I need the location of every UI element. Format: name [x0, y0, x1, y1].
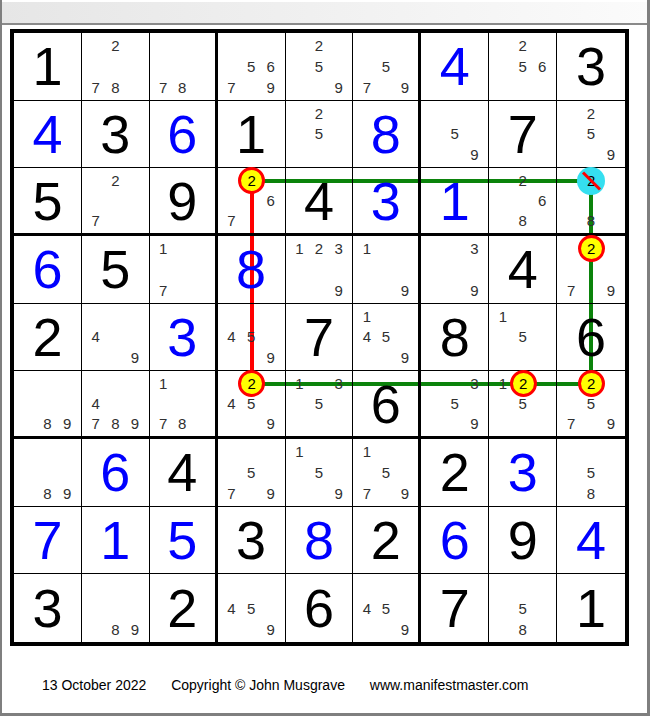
pencil-8: 8 — [173, 414, 192, 434]
pencil-6 — [192, 394, 211, 414]
pencil-4 — [290, 124, 310, 145]
given-digit: 3 — [236, 513, 266, 567]
cell-r1c4[interactable]: 5679 — [218, 33, 286, 101]
pencil-2: 2 — [581, 103, 601, 124]
pencil-5: 5 — [309, 124, 329, 145]
pencil-8 — [309, 483, 329, 504]
pencil-3 — [57, 441, 77, 462]
pencil-5: 5 — [309, 56, 329, 77]
pencil-7 — [425, 280, 445, 301]
solved-digit: 8 — [371, 107, 401, 161]
cell-r5c2[interactable]: 49 — [82, 304, 150, 372]
chain-node-circle: 2 — [238, 370, 265, 397]
pencil-4 — [154, 259, 173, 280]
pencil-9: 9 — [125, 347, 145, 368]
pencil-4 — [222, 56, 242, 77]
pencil-3 — [192, 238, 211, 259]
pencil-7 — [290, 280, 310, 301]
pencil-8 — [309, 414, 329, 434]
pencil-1 — [561, 441, 581, 462]
cell-r7c7[interactable]: 2 — [421, 439, 489, 507]
cell-r5c8[interactable]: 15 — [489, 304, 557, 372]
pencil-marks: 89 — [14, 371, 81, 436]
cell-r4c4[interactable]: 8 — [218, 236, 286, 304]
pencil-3 — [532, 35, 552, 56]
pencil-9 — [532, 414, 552, 434]
pencil-4: 4 — [222, 394, 242, 414]
pencil-5: 5 — [376, 56, 395, 77]
pencil-6 — [329, 394, 349, 414]
pencil-4 — [561, 394, 581, 414]
pencil-6 — [261, 327, 281, 348]
solved-digit: 3 — [508, 445, 538, 499]
pencil-1 — [561, 103, 581, 124]
cell-r6c1[interactable]: 89 — [14, 371, 82, 439]
pencil-5 — [581, 259, 601, 280]
pencil-7: 7 — [154, 77, 173, 98]
cell-r9c9[interactable]: 1 — [557, 574, 625, 642]
pencil-4 — [290, 394, 310, 414]
pencil-8 — [309, 144, 329, 165]
pencil-8 — [241, 211, 261, 231]
cell-r5c7[interactable]: 8 — [421, 304, 489, 372]
cell-r9c3[interactable]: 2 — [150, 574, 218, 642]
pencil-6 — [395, 259, 414, 280]
pencil-6 — [465, 394, 485, 414]
pencil-marks: 135 — [286, 371, 353, 436]
solved-digit: 4 — [440, 39, 470, 93]
pencil-marks: 59 — [421, 101, 488, 168]
pencil-2 — [309, 373, 329, 393]
cell-r1c3[interactable]: 78 — [150, 33, 218, 101]
pencil-9 — [532, 77, 552, 98]
pencil-1 — [290, 35, 310, 56]
solved-digit: 8 — [236, 242, 266, 296]
pencil-4: 4 — [357, 327, 376, 348]
cell-r3c3[interactable]: 9 — [150, 168, 218, 236]
cell-r1c9[interactable]: 3 — [557, 33, 625, 101]
pencil-6 — [601, 191, 621, 211]
given-digit: 1 — [236, 107, 266, 161]
pencil-marks: 25 — [286, 101, 353, 168]
pencil-9 — [329, 414, 349, 434]
pencil-4 — [86, 598, 106, 619]
pencil-7 — [290, 77, 310, 98]
cell-r8c7[interactable]: 6 — [421, 507, 489, 575]
pencil-9: 9 — [329, 280, 349, 301]
pencil-marks: 4789 — [82, 371, 149, 436]
pencil-7 — [222, 347, 242, 368]
sudoku-board: 1278785679259579425634361258597259527926… — [10, 29, 629, 646]
pencil-6 — [125, 598, 145, 619]
pencil-3: 3 — [329, 238, 349, 259]
cell-r3c8[interactable]: 268 — [489, 168, 557, 236]
pencil-5 — [173, 259, 192, 280]
cell-r4c1[interactable]: 6 — [14, 236, 82, 304]
pencil-7 — [290, 144, 310, 165]
cell-r2c9[interactable]: 259 — [557, 101, 625, 169]
pencil-8: 8 — [581, 483, 601, 504]
pencil-6 — [329, 259, 349, 280]
cell-r6c5[interactable]: 135 — [286, 371, 354, 439]
pencil-6 — [192, 56, 211, 77]
pencil-4 — [357, 462, 376, 483]
pencil-8 — [376, 347, 395, 368]
pencil-8 — [445, 414, 465, 434]
cell-r7c4[interactable]: 579 — [218, 439, 286, 507]
pencil-5: 5 — [445, 394, 465, 414]
pencil-7 — [561, 144, 581, 165]
pencil-2 — [241, 441, 261, 462]
pencil-4: 4 — [222, 598, 242, 619]
solved-digit: 1 — [100, 513, 130, 567]
cell-r2c4[interactable]: 1 — [218, 101, 286, 169]
cell-r8c5[interactable]: 8 — [286, 507, 354, 575]
pencil-8 — [241, 347, 261, 368]
pencil-7 — [357, 347, 376, 368]
given-digit: 3 — [32, 581, 62, 635]
pencil-2 — [38, 373, 58, 393]
pencil-4 — [425, 394, 445, 414]
pencil-marks: 19 — [353, 236, 418, 303]
cell-r5c4[interactable]: 459 — [218, 304, 286, 372]
cell-r8c2[interactable]: 1 — [82, 507, 150, 575]
pencil-6 — [57, 394, 77, 414]
pencil-5: 5 — [241, 462, 261, 483]
pencil-8: 8 — [513, 619, 533, 640]
cell-r1c2[interactable]: 278 — [82, 33, 150, 101]
pencil-2 — [106, 576, 126, 597]
footer: 13 October 2022 Copyright © John Musgrav… — [42, 677, 550, 693]
pencil-9 — [532, 211, 552, 231]
pencil-5 — [513, 191, 533, 211]
pencil-4 — [493, 394, 513, 414]
pencil-6 — [532, 394, 552, 414]
pencil-7: 7 — [561, 414, 581, 434]
pencil-3 — [395, 35, 414, 56]
pencil-9: 9 — [395, 483, 414, 504]
pencil-2 — [581, 441, 601, 462]
pencil-9: 9 — [395, 347, 414, 368]
pencil-1 — [425, 373, 445, 393]
cell-r3c6[interactable]: 3 — [353, 168, 421, 236]
pencil-1: 1 — [290, 373, 310, 393]
cell-r1c8[interactable]: 256 — [489, 33, 557, 101]
cell-r1c7[interactable]: 4 — [421, 33, 489, 101]
cell-r9c6[interactable]: 459 — [353, 574, 421, 642]
cell-r5c3[interactable]: 3 — [150, 304, 218, 372]
pencil-9: 9 — [465, 144, 485, 165]
cell-r8c9[interactable]: 4 — [557, 507, 625, 575]
pencil-7 — [425, 144, 445, 165]
cell-r7c9[interactable]: 58 — [557, 439, 625, 507]
pencil-4 — [290, 56, 310, 77]
pencil-1 — [357, 35, 376, 56]
pencil-4: 4 — [86, 394, 106, 414]
pencil-7: 7 — [154, 414, 173, 434]
cell-r8c1[interactable]: 7 — [14, 507, 82, 575]
solved-digit: 8 — [304, 513, 334, 567]
pencil-6 — [465, 259, 485, 280]
pencil-3 — [192, 373, 211, 393]
cell-r9c1[interactable]: 3 — [14, 574, 82, 642]
pencil-6 — [329, 462, 349, 483]
pencil-marks: 89 — [82, 574, 149, 642]
pencil-6 — [192, 259, 211, 280]
pencil-2 — [173, 373, 192, 393]
pencil-4: 4 — [357, 598, 376, 619]
pencil-4: 4 — [86, 327, 106, 348]
pencil-7 — [290, 483, 310, 504]
pencil-8 — [106, 347, 126, 368]
pencil-5 — [376, 259, 395, 280]
cell-r3c1[interactable]: 5 — [14, 168, 82, 236]
cell-r6c3[interactable]: 178 — [150, 371, 218, 439]
cell-r7c8[interactable]: 3 — [489, 439, 557, 507]
pencil-9 — [192, 280, 211, 301]
given-digit: 9 — [508, 513, 538, 567]
pencil-8: 8 — [581, 211, 601, 231]
pencil-9: 9 — [57, 414, 77, 434]
cell-r1c1[interactable]: 1 — [14, 33, 82, 101]
pencil-1 — [222, 306, 242, 327]
pencil-marks: 78 — [150, 33, 215, 100]
pencil-4 — [222, 191, 242, 211]
cell-r8c8[interactable]: 9 — [489, 507, 557, 575]
pencil-2 — [445, 103, 465, 124]
pencil-9: 9 — [261, 77, 281, 98]
pencil-1 — [86, 306, 106, 327]
given-digit: 3 — [100, 107, 130, 161]
pencil-7 — [86, 347, 106, 368]
pencil-5 — [106, 394, 126, 414]
pencil-7: 7 — [357, 483, 376, 504]
pencil-7: 7 — [222, 77, 242, 98]
cell-r7c5[interactable]: 159 — [286, 439, 354, 507]
pencil-6: 6 — [532, 191, 552, 211]
pencil-9: 9 — [601, 280, 621, 301]
solved-digit: 4 — [576, 513, 606, 567]
pencil-8 — [309, 280, 329, 301]
cell-r1c6[interactable]: 579 — [353, 33, 421, 101]
pencil-9 — [601, 211, 621, 231]
solved-digit: 6 — [167, 107, 197, 161]
pencil-1: 1 — [290, 441, 310, 462]
cell-r3c5[interactable]: 4 — [286, 168, 354, 236]
pencil-7: 7 — [357, 77, 376, 98]
cell-r2c7[interactable]: 59 — [421, 101, 489, 169]
pencil-7 — [561, 483, 581, 504]
pencil-9: 9 — [601, 144, 621, 165]
cell-r2c6[interactable]: 8 — [353, 101, 421, 169]
cell-r2c2[interactable]: 3 — [82, 101, 150, 169]
cell-r2c3[interactable]: 6 — [150, 101, 218, 169]
pencil-5: 5 — [241, 56, 261, 77]
pencil-2: 2 — [106, 35, 126, 56]
pencil-2 — [241, 35, 261, 56]
cell-r2c1[interactable]: 4 — [14, 101, 82, 169]
given-digit: 1 — [576, 581, 606, 635]
cell-r7c3[interactable]: 4 — [150, 439, 218, 507]
pencil-6 — [601, 462, 621, 483]
pencil-8 — [581, 280, 601, 301]
pencil-marks: 259 — [557, 101, 625, 168]
cell-r1c5[interactable]: 259 — [286, 33, 354, 101]
cell-r4c5[interactable]: 1239 — [286, 236, 354, 304]
pencil-3 — [261, 576, 281, 597]
pencil-7: 7 — [86, 414, 106, 434]
solved-digit: 6 — [32, 242, 62, 296]
pencil-7 — [290, 414, 310, 434]
cell-r2c8[interactable]: 7 — [489, 101, 557, 169]
cell-r8c3[interactable]: 5 — [150, 507, 218, 575]
given-digit: 8 — [440, 310, 470, 364]
pencil-4 — [561, 124, 581, 145]
pencil-6 — [395, 327, 414, 348]
pencil-1 — [493, 35, 513, 56]
pencil-5: 5 — [513, 598, 533, 619]
pencil-7 — [222, 414, 242, 434]
pencil-6 — [125, 327, 145, 348]
pencil-2 — [173, 238, 192, 259]
pencil-7: 7 — [561, 280, 581, 301]
cell-r3c2[interactable]: 27 — [82, 168, 150, 236]
pencil-7 — [493, 77, 513, 98]
solved-digit: 3 — [167, 310, 197, 364]
pencil-2 — [445, 238, 465, 259]
pencil-9: 9 — [125, 414, 145, 434]
pencil-5 — [309, 259, 329, 280]
given-digit: 4 — [508, 242, 538, 296]
cell-r6c6[interactable]: 6 — [353, 371, 421, 439]
pencil-marks: 17 — [150, 236, 215, 303]
pencil-5: 5 — [309, 462, 329, 483]
cell-r6c2[interactable]: 4789 — [82, 371, 150, 439]
cell-r5c6[interactable]: 1459 — [353, 304, 421, 372]
pencil-marks: 359 — [421, 371, 488, 436]
pencil-7 — [561, 211, 581, 231]
cell-r7c6[interactable]: 1579 — [353, 439, 421, 507]
pencil-4 — [493, 191, 513, 211]
pencil-6: 6 — [261, 191, 281, 211]
pencil-5: 5 — [309, 394, 329, 414]
pencil-6 — [532, 598, 552, 619]
solved-digit: 6 — [440, 513, 470, 567]
window-titlebar-strip — [2, 2, 647, 25]
cell-r5c9[interactable]: 6 — [557, 304, 625, 372]
pencil-3 — [329, 35, 349, 56]
solved-digit: 4 — [32, 107, 62, 161]
pencil-3 — [261, 306, 281, 327]
pencil-5 — [106, 598, 126, 619]
pencil-marks: 459 — [218, 574, 285, 642]
cell-r7c2[interactable]: 6 — [82, 439, 150, 507]
pencil-2 — [309, 441, 329, 462]
chain-node-circle: 2 — [578, 235, 605, 262]
pencil-1 — [425, 238, 445, 259]
pencil-9 — [261, 211, 281, 231]
pencil-marks: 39 — [421, 236, 488, 303]
pencil-3 — [329, 103, 349, 124]
pencil-7 — [18, 483, 38, 504]
pencil-9: 9 — [125, 619, 145, 640]
given-digit: 2 — [371, 513, 401, 567]
pencil-8: 8 — [38, 483, 58, 504]
pencil-5 — [173, 56, 192, 77]
pencil-3 — [125, 373, 145, 393]
window-border-left — [0, 0, 2, 716]
pencil-4 — [357, 56, 376, 77]
pencil-3 — [192, 35, 211, 56]
cell-r5c1[interactable]: 2 — [14, 304, 82, 372]
cell-r9c2[interactable]: 89 — [82, 574, 150, 642]
cell-r7c1[interactable]: 89 — [14, 439, 82, 507]
pencil-5: 5 — [376, 598, 395, 619]
pencil-7: 7 — [222, 483, 242, 504]
pencil-5: 5 — [513, 56, 533, 77]
cell-r5c5[interactable]: 7 — [286, 304, 354, 372]
pencil-5 — [38, 462, 58, 483]
chain-node-circle: 2 — [510, 370, 537, 397]
pencil-4 — [18, 394, 38, 414]
pencil-5: 5 — [241, 327, 261, 348]
cell-r4c3[interactable]: 17 — [150, 236, 218, 304]
footer-website[interactable]: www.manifestmaster.com — [370, 677, 529, 693]
given-digit: 6 — [371, 377, 401, 431]
pencil-2: 2 — [513, 35, 533, 56]
pencil-7 — [493, 414, 513, 434]
pencil-7: 7 — [86, 77, 106, 98]
pencil-marks: 5679 — [218, 33, 285, 100]
pencil-8 — [376, 619, 395, 640]
pencil-8: 8 — [513, 211, 533, 231]
cell-r3c7[interactable]: 1 — [421, 168, 489, 236]
pencil-2 — [513, 576, 533, 597]
cell-r6c7[interactable]: 359 — [421, 371, 489, 439]
pencil-7 — [357, 280, 376, 301]
pencil-marks: 49 — [82, 304, 149, 371]
cell-r8c6[interactable]: 2 — [353, 507, 421, 575]
cell-r9c7[interactable]: 7 — [421, 574, 489, 642]
cell-r2c5[interactable]: 25 — [286, 101, 354, 169]
cell-r9c4[interactable]: 459 — [218, 574, 286, 642]
pencil-1 — [18, 373, 38, 393]
pencil-3 — [261, 441, 281, 462]
cell-r9c8[interactable]: 58 — [489, 574, 557, 642]
pencil-1 — [86, 576, 106, 597]
pencil-3 — [465, 103, 485, 124]
pencil-9: 9 — [329, 77, 349, 98]
pencil-1 — [18, 441, 38, 462]
pencil-7 — [357, 619, 376, 640]
pencil-6 — [125, 191, 145, 211]
pencil-8 — [173, 280, 192, 301]
pencil-9 — [601, 483, 621, 504]
pencil-1 — [425, 103, 445, 124]
pencil-9 — [532, 347, 552, 368]
cell-r4c8[interactable]: 4 — [489, 236, 557, 304]
pencil-8 — [581, 144, 601, 165]
cell-r4c7[interactable]: 39 — [421, 236, 489, 304]
cell-r9c5[interactable]: 6 — [286, 574, 354, 642]
cell-r4c6[interactable]: 19 — [353, 236, 421, 304]
pencil-1 — [154, 35, 173, 56]
pencil-2 — [106, 306, 126, 327]
cell-r4c2[interactable]: 5 — [82, 236, 150, 304]
pencil-3 — [601, 441, 621, 462]
pencil-3 — [125, 170, 145, 190]
cell-r8c4[interactable]: 3 — [218, 507, 286, 575]
